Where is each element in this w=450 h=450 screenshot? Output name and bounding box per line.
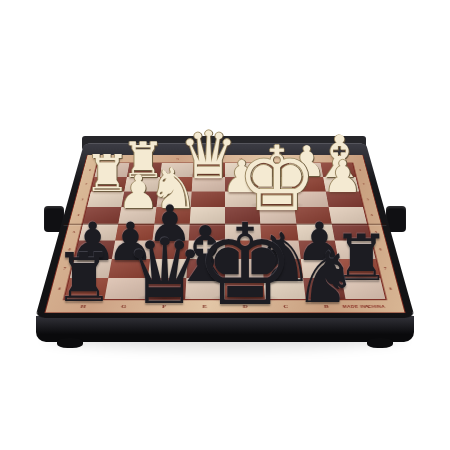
- black-knight-b8[interactable]: ♞: [294, 242, 358, 313]
- pieces-layer: ♝♟♛♜♟♟♜♚♞♟♟♟♟♟♜♞♝♞♚♛♜: [0, 0, 450, 450]
- black-king-d8[interactable]: ♚: [195, 209, 296, 321]
- black-queen-f8[interactable]: ♛: [124, 227, 205, 317]
- piece-glyph: ♟: [323, 155, 363, 199]
- piece-glyph: ♞: [294, 242, 358, 313]
- white-pawn-a2[interactable]: ♟: [323, 155, 363, 199]
- product-photo: HGFEDCBA HGFEDCBA 12345678 12345678 MADE…: [0, 0, 450, 450]
- piece-glyph: ♚: [195, 209, 296, 321]
- piece-glyph: ♛: [124, 227, 205, 317]
- black-rook-h8[interactable]: ♜: [54, 245, 114, 312]
- piece-glyph: ♜: [54, 245, 114, 312]
